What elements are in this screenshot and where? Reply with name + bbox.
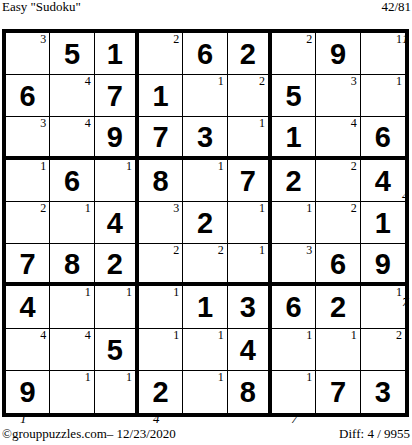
given-digit: 8: [64, 250, 80, 279]
cell-r1c5[interactable]: 6: [183, 33, 227, 75]
given-digit: 2: [330, 293, 346, 322]
cell-r1c3[interactable]: 1: [95, 33, 139, 75]
cell-r7c9[interactable]: 1: [361, 286, 405, 328]
cell-r6c9[interactable]: 9: [361, 244, 405, 286]
cell-r5c3[interactable]: 4: [95, 202, 139, 244]
pencil-mark: 4: [351, 117, 357, 130]
cell-r9c8[interactable]: 7: [316, 371, 360, 413]
cell-r9c4[interactable]: 2: [139, 371, 183, 413]
cell-r4c3[interactable]: 1: [95, 160, 139, 202]
given-digit: 7: [153, 123, 169, 152]
cell-r7c6[interactable]: 3: [228, 286, 272, 328]
pencil-mark: 1: [126, 371, 132, 384]
cell-r8c5[interactable]: 1: [183, 329, 227, 371]
cell-r1c4[interactable]: 2: [139, 33, 183, 75]
row-label-1: 1: [402, 32, 412, 46]
cell-r7c5[interactable]: 1: [183, 286, 227, 328]
pencil-mark: 3: [351, 75, 357, 88]
given-digit: 3: [375, 378, 391, 407]
pencil-mark: 4: [85, 329, 91, 342]
cell-r7c4[interactable]: 1: [139, 286, 183, 328]
given-digit: 8: [240, 378, 256, 407]
pencil-mark: 2: [259, 75, 265, 88]
cell-r5c1[interactable]: 2: [6, 202, 50, 244]
cell-r3c9[interactable]: 6: [361, 117, 405, 159]
given-digit: 3: [197, 123, 213, 152]
cell-r9c5[interactable]: 1: [183, 371, 227, 413]
pencil-mark: 1: [218, 371, 224, 384]
given-digit: 1: [286, 123, 302, 152]
cell-r2c5[interactable]: 1: [183, 75, 227, 117]
cell-r4c4[interactable]: 8: [139, 160, 183, 202]
cell-r4c1[interactable]: 1: [6, 160, 50, 202]
cell-r9c3[interactable]: 1: [95, 371, 139, 413]
given-digit: 2: [107, 250, 123, 279]
cell-r3c3[interactable]: 9: [95, 117, 139, 159]
given-digit: 6: [330, 250, 346, 279]
sudoku-page: Easy "Sudoku" 42/81 35126229164711253134…: [0, 0, 412, 445]
pencil-mark: 1: [218, 75, 224, 88]
given-digit: 6: [20, 82, 36, 111]
cell-r1c6[interactable]: 2: [228, 33, 272, 75]
pencil-mark: 2: [173, 244, 179, 257]
cell-r7c8[interactable]: 2: [316, 286, 360, 328]
puzzle-title: Easy "Sudoku": [2, 0, 81, 14]
cell-r3c2[interactable]: 4: [50, 117, 94, 159]
cell-r7c3[interactable]: 1: [95, 286, 139, 328]
cell-r2c8[interactable]: 3: [316, 75, 360, 117]
given-digit: 9: [20, 378, 36, 407]
given-digit: 3: [240, 293, 256, 322]
given-digit: 9: [107, 123, 123, 152]
footer: ©grouppuzzles.com– 12/23/2020 Diff: 4 / …: [2, 427, 410, 443]
cell-r3c4[interactable]: 7: [139, 117, 183, 159]
given-digit: 2: [197, 209, 213, 238]
pencil-mark: 4: [85, 117, 91, 130]
cell-r5c5[interactable]: 2: [183, 202, 227, 244]
given-digit: 7: [330, 378, 346, 407]
cell-r1c8[interactable]: 9: [316, 33, 360, 75]
cell-r2c6[interactable]: 2: [228, 75, 272, 117]
pencil-mark: 2: [351, 160, 357, 173]
given-digit: 2: [240, 40, 256, 69]
cell-r6c1[interactable]: 7: [6, 244, 50, 286]
cell-r2c7[interactable]: 5: [272, 75, 316, 117]
given-digit: 1: [107, 40, 123, 69]
given-digit: 9: [375, 250, 391, 279]
cell-r5c9[interactable]: 1: [361, 202, 405, 244]
pencil-mark: 1: [126, 160, 132, 173]
pencil-mark: 3: [40, 117, 46, 130]
cell-r9c2[interactable]: 1: [50, 371, 94, 413]
pencil-mark: 3: [306, 244, 312, 257]
cell-r7c1[interactable]: 4: [6, 286, 50, 328]
cell-r5c6[interactable]: 1: [228, 202, 272, 244]
cell-r8c9[interactable]: 2: [361, 329, 405, 371]
cell-r5c8[interactable]: 2: [316, 202, 360, 244]
pencil-mark: 3: [173, 202, 179, 215]
pencil-mark: 1: [85, 202, 91, 215]
cell-r3c5[interactable]: 3: [183, 117, 227, 159]
pencil-mark: 1: [173, 329, 179, 342]
pencil-mark: 2: [40, 202, 46, 215]
cell-r5c7[interactable]: 1: [272, 202, 316, 244]
pencil-mark: 1: [259, 244, 265, 257]
given-digit: 7: [107, 82, 123, 111]
cell-r3c7[interactable]: 1: [272, 117, 316, 159]
cell-r6c5[interactable]: 2: [183, 244, 227, 286]
pencil-mark: 1: [126, 286, 132, 299]
pencil-mark: 2: [351, 202, 357, 215]
cell-r1c2[interactable]: 5: [50, 33, 94, 75]
cell-r6c8[interactable]: 6: [316, 244, 360, 286]
given-digit: 2: [286, 167, 302, 196]
cell-r6c2[interactable]: 8: [50, 244, 94, 286]
cell-r6c3[interactable]: 2: [95, 244, 139, 286]
copyright-text: ©grouppuzzles.com– 12/23/2020: [2, 427, 176, 441]
cell-r9c9[interactable]: 3: [361, 371, 405, 413]
given-digit: 5: [286, 82, 302, 111]
sudoku-board: 3512622916471125313497311461618172242143…: [2, 29, 409, 417]
given-digit: 4: [375, 167, 391, 196]
cell-r8c6[interactable]: 4: [228, 329, 272, 371]
cell-r7c7[interactable]: 6: [272, 286, 316, 328]
given-digit: 6: [286, 293, 302, 322]
cell-r2c9[interactable]: 1: [361, 75, 405, 117]
given-digit: 5: [64, 40, 80, 69]
given-digit: 8: [153, 167, 169, 196]
cell-r9c6[interactable]: 8: [228, 371, 272, 413]
cell-r4c2[interactable]: 6: [50, 160, 94, 202]
cell-r3c6[interactable]: 1: [228, 117, 272, 159]
pencil-mark: 1: [306, 329, 312, 342]
cell-r5c4[interactable]: 3: [139, 202, 183, 244]
header: Easy "Sudoku" 42/81: [2, 0, 411, 15]
pencil-mark: 4: [85, 75, 91, 88]
cell-r8c1[interactable]: 4: [6, 329, 50, 371]
pencil-mark: 1: [173, 286, 179, 299]
pencil-mark: 1: [259, 117, 265, 130]
given-digit: 1: [153, 82, 169, 111]
cell-r8c8[interactable]: 1: [316, 329, 360, 371]
difficulty-text: Diff: 4 / 9955: [339, 427, 410, 441]
cell-r4c8[interactable]: 2: [316, 160, 360, 202]
cell-r8c7[interactable]: 1: [272, 329, 316, 371]
cell-r9c7[interactable]: 1: [272, 371, 316, 413]
cell-r1c9[interactable]: 1: [361, 33, 405, 75]
cell-r3c8[interactable]: 4: [316, 117, 360, 159]
given-digit: 4: [107, 209, 123, 238]
given-digit: 2: [153, 378, 169, 407]
cell-r6c4[interactable]: 2: [139, 244, 183, 286]
cell-r4c6[interactable]: 7: [228, 160, 272, 202]
cell-r3c1[interactable]: 3: [6, 117, 50, 159]
given-digit: 5: [107, 336, 123, 365]
pencil-mark: 1: [259, 202, 265, 215]
pencil-mark: 2: [306, 33, 312, 46]
pencil-mark: 2: [396, 329, 402, 342]
cell-r8c3[interactable]: 5: [95, 329, 139, 371]
cell-r6c7[interactable]: 3: [272, 244, 316, 286]
cell-r6c6[interactable]: 1: [228, 244, 272, 286]
cell-r1c7[interactable]: 2: [272, 33, 316, 75]
pencil-mark: 1: [85, 371, 91, 384]
col-label-7: 7: [291, 412, 298, 426]
progress-counter: 42/81: [381, 0, 411, 14]
given-digit: 6: [64, 167, 80, 196]
cell-r8c2[interactable]: 4: [50, 329, 94, 371]
cell-r4c9[interactable]: 4: [361, 160, 405, 202]
cell-r4c7[interactable]: 2: [272, 160, 316, 202]
pencil-mark: 3: [40, 33, 46, 46]
pencil-mark: 1: [306, 202, 312, 215]
given-digit: 4: [20, 293, 36, 322]
col-label-1: 1: [20, 412, 27, 426]
row-label-7: 7: [402, 295, 412, 309]
cell-r9c1[interactable]: 9: [6, 371, 50, 413]
given-digit: 7: [240, 167, 256, 196]
pencil-mark: 4: [40, 329, 46, 342]
given-digit: 6: [197, 40, 213, 69]
given-digit: 6: [375, 123, 391, 152]
pencil-mark: 2: [218, 244, 224, 257]
cell-r2c3[interactable]: 7: [95, 75, 139, 117]
row-label-4: 4: [402, 189, 412, 203]
cell-r4c5[interactable]: 1: [183, 160, 227, 202]
col-label-4: 4: [153, 412, 160, 426]
cell-r2c4[interactable]: 1: [139, 75, 183, 117]
cell-r5c2[interactable]: 1: [50, 202, 94, 244]
cell-r8c4[interactable]: 1: [139, 329, 183, 371]
cell-r1c1[interactable]: 3: [6, 33, 50, 75]
given-digit: 1: [197, 293, 213, 322]
cell-r7c2[interactable]: 1: [50, 286, 94, 328]
pencil-mark: 1: [396, 75, 402, 88]
pencil-mark: 1: [40, 160, 46, 173]
cell-r2c1[interactable]: 6: [6, 75, 50, 117]
pencil-mark: 1: [351, 329, 357, 342]
given-digit: 7: [20, 250, 36, 279]
pencil-mark: 1: [218, 160, 224, 173]
cell-r2c2[interactable]: 4: [50, 75, 94, 117]
given-digit: 4: [240, 336, 256, 365]
pencil-mark: 1: [85, 286, 91, 299]
given-digit: 9: [330, 40, 346, 69]
pencil-mark: 1: [218, 329, 224, 342]
given-digit: 1: [375, 209, 391, 238]
pencil-mark: 1: [306, 371, 312, 384]
pencil-mark: 2: [173, 33, 179, 46]
